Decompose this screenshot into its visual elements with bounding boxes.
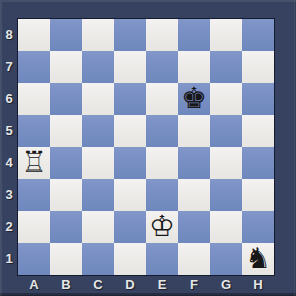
square-h2[interactable] <box>242 211 274 243</box>
square-c2[interactable] <box>82 211 114 243</box>
square-d7[interactable] <box>114 51 146 83</box>
square-f7[interactable] <box>178 51 210 83</box>
square-b3[interactable] <box>50 179 82 211</box>
piece-white-rook[interactable]: ♖ <box>21 146 47 178</box>
square-d3[interactable] <box>114 179 146 211</box>
chess-board: ♚♖♔♞ <box>18 19 274 275</box>
square-b5[interactable] <box>50 115 82 147</box>
square-f3[interactable] <box>178 179 210 211</box>
square-c4[interactable] <box>82 147 114 179</box>
square-h3[interactable] <box>242 179 274 211</box>
square-f8[interactable] <box>178 19 210 51</box>
square-b8[interactable] <box>50 19 82 51</box>
square-f5[interactable] <box>178 115 210 147</box>
file-label-b: B <box>50 276 82 294</box>
rank-label-4: 4 <box>0 147 18 179</box>
rank-label-2: 2 <box>0 211 18 243</box>
square-e6[interactable] <box>146 83 178 115</box>
square-c3[interactable] <box>82 179 114 211</box>
square-d1[interactable] <box>114 243 146 275</box>
rank-labels: 87654321 <box>0 19 18 275</box>
file-label-f: F <box>178 276 210 294</box>
square-h8[interactable] <box>242 19 274 51</box>
square-d5[interactable] <box>114 115 146 147</box>
file-label-d: D <box>114 276 146 294</box>
file-label-c: C <box>82 276 114 294</box>
square-e2[interactable]: ♔ <box>146 211 178 243</box>
square-c7[interactable] <box>82 51 114 83</box>
square-a4[interactable]: ♖ <box>18 147 50 179</box>
square-e7[interactable] <box>146 51 178 83</box>
rank-label-8: 8 <box>0 19 18 51</box>
square-f2[interactable] <box>178 211 210 243</box>
file-label-g: G <box>210 276 242 294</box>
file-label-e: E <box>146 276 178 294</box>
square-a5[interactable] <box>18 115 50 147</box>
square-h4[interactable] <box>242 147 274 179</box>
piece-black-king[interactable]: ♚ <box>181 82 207 114</box>
square-g2[interactable] <box>210 211 242 243</box>
square-d8[interactable] <box>114 19 146 51</box>
square-h6[interactable] <box>242 83 274 115</box>
square-c6[interactable] <box>82 83 114 115</box>
square-a7[interactable] <box>18 51 50 83</box>
square-h5[interactable] <box>242 115 274 147</box>
rank-label-1: 1 <box>0 243 18 275</box>
rank-label-6: 6 <box>0 83 18 115</box>
square-e3[interactable] <box>146 179 178 211</box>
piece-white-king[interactable]: ♔ <box>149 210 175 242</box>
square-g4[interactable] <box>210 147 242 179</box>
square-c1[interactable] <box>82 243 114 275</box>
square-d2[interactable] <box>114 211 146 243</box>
square-d4[interactable] <box>114 147 146 179</box>
square-f4[interactable] <box>178 147 210 179</box>
square-g6[interactable] <box>210 83 242 115</box>
square-a3[interactable] <box>18 179 50 211</box>
square-a8[interactable] <box>18 19 50 51</box>
square-b6[interactable] <box>50 83 82 115</box>
rank-label-7: 7 <box>0 51 18 83</box>
file-labels: ABCDEFGH <box>18 276 274 296</box>
rank-label-5: 5 <box>0 115 18 147</box>
square-c5[interactable] <box>82 115 114 147</box>
square-b4[interactable] <box>50 147 82 179</box>
square-e5[interactable] <box>146 115 178 147</box>
square-g5[interactable] <box>210 115 242 147</box>
square-e4[interactable] <box>146 147 178 179</box>
square-a6[interactable] <box>18 83 50 115</box>
square-b1[interactable] <box>50 243 82 275</box>
square-g3[interactable] <box>210 179 242 211</box>
rank-label-3: 3 <box>0 179 18 211</box>
piece-black-knight[interactable]: ♞ <box>245 242 271 274</box>
square-g8[interactable] <box>210 19 242 51</box>
square-e8[interactable] <box>146 19 178 51</box>
file-label-h: H <box>242 276 274 294</box>
square-d6[interactable] <box>114 83 146 115</box>
square-g1[interactable] <box>210 243 242 275</box>
square-f1[interactable] <box>178 243 210 275</box>
square-c8[interactable] <box>82 19 114 51</box>
square-f6[interactable]: ♚ <box>178 83 210 115</box>
chess-diagram: 87654321 ♚♖♔♞ ABCDEFGH <box>0 0 296 296</box>
square-h1[interactable]: ♞ <box>242 243 274 275</box>
square-h7[interactable] <box>242 51 274 83</box>
square-a2[interactable] <box>18 211 50 243</box>
square-e1[interactable] <box>146 243 178 275</box>
square-b2[interactable] <box>50 211 82 243</box>
square-b7[interactable] <box>50 51 82 83</box>
square-g7[interactable] <box>210 51 242 83</box>
square-a1[interactable] <box>18 243 50 275</box>
file-label-a: A <box>18 276 50 294</box>
